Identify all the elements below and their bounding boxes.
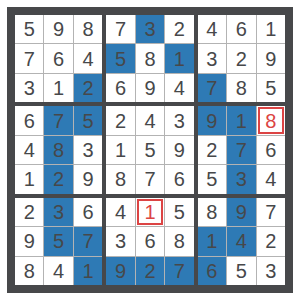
sudoku-board: 5987643127325816944613297856754831292431…: [7, 7, 293, 293]
cell-r9c4[interactable]: 9: [106, 257, 134, 285]
box-9: 897142653: [198, 198, 285, 285]
cell-r1c4[interactable]: 7: [106, 15, 134, 43]
cell-r3c7[interactable]: 7: [198, 74, 226, 102]
cell-r7c6[interactable]: 5: [165, 198, 193, 226]
cell-r4c4[interactable]: 2: [106, 106, 134, 134]
cell-r4c5[interactable]: 4: [136, 106, 164, 134]
cell-r3c1[interactable]: 3: [15, 74, 43, 102]
cell-r7c5[interactable]: 1: [136, 198, 164, 226]
cell-r5c7[interactable]: 2: [198, 136, 226, 164]
box-3: 461329785: [198, 15, 285, 102]
cell-r7c3[interactable]: 6: [74, 198, 102, 226]
cell-r3c2[interactable]: 1: [44, 74, 72, 102]
cell-r5c9[interactable]: 6: [257, 136, 285, 164]
cell-r5c3[interactable]: 3: [74, 136, 102, 164]
cell-r7c8[interactable]: 9: [227, 198, 255, 226]
box-5: 243159876: [106, 106, 193, 193]
cell-r8c8[interactable]: 4: [227, 227, 255, 255]
cell-r4c7[interactable]: 9: [198, 106, 226, 134]
cell-r6c3[interactable]: 9: [74, 165, 102, 193]
cell-r8c9[interactable]: 2: [257, 227, 285, 255]
cell-r3c4[interactable]: 6: [106, 74, 134, 102]
cell-r5c6[interactable]: 9: [165, 136, 193, 164]
cell-r6c1[interactable]: 1: [15, 165, 43, 193]
cell-r6c6[interactable]: 6: [165, 165, 193, 193]
cell-r9c9[interactable]: 3: [257, 257, 285, 285]
cell-r7c9[interactable]: 7: [257, 198, 285, 226]
cell-r4c3[interactable]: 5: [74, 106, 102, 134]
cell-r1c9[interactable]: 1: [257, 15, 285, 43]
cell-r6c9[interactable]: 4: [257, 165, 285, 193]
cell-r3c9[interactable]: 5: [257, 74, 285, 102]
cell-r8c3[interactable]: 7: [74, 227, 102, 255]
cell-r1c7[interactable]: 4: [198, 15, 226, 43]
cell-r5c4[interactable]: 1: [106, 136, 134, 164]
cell-r4c9[interactable]: 8: [257, 106, 285, 134]
cell-r2c4[interactable]: 5: [106, 44, 134, 72]
cell-r8c6[interactable]: 8: [165, 227, 193, 255]
cell-r8c1[interactable]: 9: [15, 227, 43, 255]
cell-r3c3[interactable]: 2: [74, 74, 102, 102]
cell-r6c8[interactable]: 3: [227, 165, 255, 193]
cell-r6c4[interactable]: 8: [106, 165, 134, 193]
cell-r2c6[interactable]: 1: [165, 44, 193, 72]
box-8: 415368927: [106, 198, 193, 285]
box-4: 675483129: [15, 106, 102, 193]
cell-r5c8[interactable]: 7: [227, 136, 255, 164]
cell-r7c1[interactable]: 2: [15, 198, 43, 226]
cell-r3c6[interactable]: 4: [165, 74, 193, 102]
cell-r1c5[interactable]: 3: [136, 15, 164, 43]
cell-r4c1[interactable]: 6: [15, 106, 43, 134]
cell-r2c2[interactable]: 6: [44, 44, 72, 72]
cell-r6c5[interactable]: 7: [136, 165, 164, 193]
cell-r5c2[interactable]: 8: [44, 136, 72, 164]
cell-r2c5[interactable]: 8: [136, 44, 164, 72]
cell-r1c6[interactable]: 2: [165, 15, 193, 43]
box-1: 598764312: [15, 15, 102, 102]
cell-r8c5[interactable]: 6: [136, 227, 164, 255]
cell-r4c2[interactable]: 7: [44, 106, 72, 134]
cell-r5c5[interactable]: 5: [136, 136, 164, 164]
cell-r9c5[interactable]: 2: [136, 257, 164, 285]
cell-r8c7[interactable]: 1: [198, 227, 226, 255]
cell-r9c3[interactable]: 1: [74, 257, 102, 285]
cell-r1c1[interactable]: 5: [15, 15, 43, 43]
cell-r9c1[interactable]: 8: [15, 257, 43, 285]
cell-r3c5[interactable]: 9: [136, 74, 164, 102]
cell-r3c8[interactable]: 8: [227, 74, 255, 102]
cell-r9c2[interactable]: 4: [44, 257, 72, 285]
cell-r1c8[interactable]: 6: [227, 15, 255, 43]
cell-r8c4[interactable]: 3: [106, 227, 134, 255]
cell-r1c3[interactable]: 8: [74, 15, 102, 43]
cell-r9c8[interactable]: 5: [227, 257, 255, 285]
cell-r2c7[interactable]: 3: [198, 44, 226, 72]
cell-r5c1[interactable]: 4: [15, 136, 43, 164]
cell-r7c2[interactable]: 3: [44, 198, 72, 226]
cell-r6c2[interactable]: 2: [44, 165, 72, 193]
cell-r4c8[interactable]: 1: [227, 106, 255, 134]
cell-r2c9[interactable]: 9: [257, 44, 285, 72]
cell-r4c6[interactable]: 3: [165, 106, 193, 134]
box-6: 918276534: [198, 106, 285, 193]
cell-r7c7[interactable]: 8: [198, 198, 226, 226]
sudoku-page: 5987643127325816944613297856754831292431…: [0, 0, 300, 300]
cell-r9c7[interactable]: 6: [198, 257, 226, 285]
cell-r2c1[interactable]: 7: [15, 44, 43, 72]
cell-r9c6[interactable]: 7: [165, 257, 193, 285]
cell-r8c2[interactable]: 5: [44, 227, 72, 255]
cell-r6c7[interactable]: 5: [198, 165, 226, 193]
cell-r7c4[interactable]: 4: [106, 198, 134, 226]
box-7: 236957841: [15, 198, 102, 285]
cell-r2c3[interactable]: 4: [74, 44, 102, 72]
box-2: 732581694: [106, 15, 193, 102]
cell-r1c2[interactable]: 9: [44, 15, 72, 43]
cell-r2c8[interactable]: 2: [227, 44, 255, 72]
